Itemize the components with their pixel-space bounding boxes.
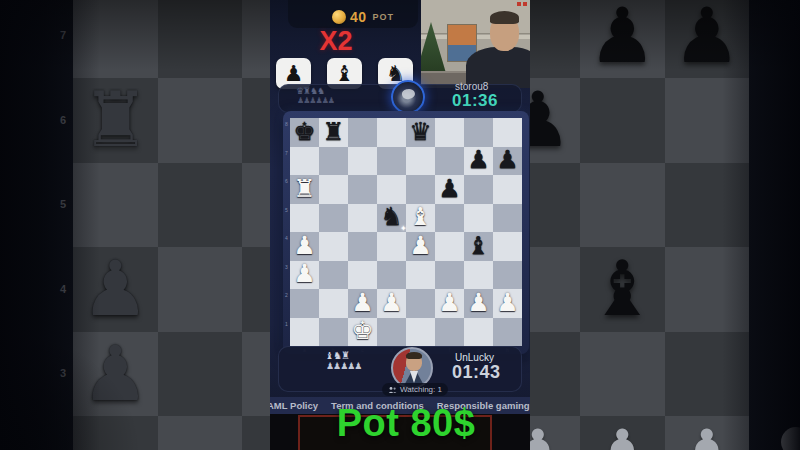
square-f6[interactable]: ♟: [435, 175, 464, 204]
bg-black-bishop-g4: ♝: [588, 251, 656, 327]
bg-square-a3: ♟: [73, 332, 158, 417]
square-h2[interactable]: ♟: [493, 289, 522, 318]
black-queen-e8[interactable]: ♛: [409, 119, 431, 146]
white-pawn-a3[interactable]: ♟: [293, 261, 315, 288]
streamer-hair: [490, 11, 519, 24]
bg-white-pawn-a3: ♟: [81, 336, 149, 412]
bg-square-a4: ♟: [73, 247, 158, 332]
square-f1[interactable]: [435, 318, 464, 347]
bg-black-pawn-g7: ♟: [588, 0, 656, 74]
black-pawn-h7[interactable]: ♟: [496, 147, 518, 174]
white-rook-a6[interactable]: ♜: [293, 176, 315, 203]
square-a5[interactable]: [290, 204, 319, 233]
bg-square-h7: ♟: [665, 0, 750, 78]
bg-square-b7: [158, 0, 243, 78]
black-rook-b8[interactable]: ♜: [322, 119, 344, 146]
bg-square-h4: [665, 247, 750, 332]
square-g7[interactable]: ♟: [464, 147, 493, 176]
pot-label: POT: [373, 12, 395, 22]
square-a3[interactable]: ♟: [290, 261, 319, 290]
square-f8[interactable]: [435, 118, 464, 147]
square-g4[interactable]: ♝: [464, 232, 493, 261]
square-e5[interactable]: ♝: [406, 204, 435, 233]
rank-label-3: 3: [284, 264, 289, 270]
bg-square-a6: ♜: [73, 78, 158, 163]
chess-app: 40 POT X2 ♟ ♝ ♞ ♛♜♞♞ ♟♟♟♟♟♟ storou8 01:3…: [270, 0, 530, 450]
square-b6[interactable]: [319, 175, 348, 204]
bg-square-h5: [665, 163, 750, 248]
pot-chip: 40 POT: [332, 9, 394, 25]
bg-square-b6: [158, 78, 243, 163]
square-h3[interactable]: [493, 261, 522, 290]
bg-square-g6: [580, 78, 665, 163]
watching-text: Watching: 1: [400, 385, 442, 394]
square-g6[interactable]: [464, 175, 493, 204]
white-pawn-e4[interactable]: ♟: [409, 233, 431, 260]
black-king-a8[interactable]: ♚: [293, 119, 315, 146]
square-f7[interactable]: [435, 147, 464, 176]
bg-rank-label-7: 7: [56, 29, 70, 41]
black-pawn-g7[interactable]: ♟: [467, 147, 489, 174]
avatar-image: [401, 88, 416, 100]
bg-square-h6: [665, 78, 750, 163]
bg-square-b2: [158, 416, 243, 450]
square-a8[interactable]: ♚: [290, 118, 319, 147]
square-b5[interactable]: [319, 204, 348, 233]
bg-square-b4: [158, 247, 243, 332]
square-e6[interactable]: [406, 175, 435, 204]
watching-badge: Watching: 1: [382, 383, 448, 396]
background-board-right-border: [749, 0, 800, 450]
top-player-clock: 01:36: [452, 91, 498, 111]
bg-white-rook-a6: ♜: [81, 82, 149, 158]
video-frame: ♟♟♜♟♟♝♟♟♟♟ 76543 40 POT X2 ♟ ♝ ♞: [0, 0, 800, 450]
move-sparkle: ✦: [400, 224, 407, 233]
square-d6[interactable]: [377, 175, 406, 204]
top-captured-pawns: ♟♟♟♟♟♟: [297, 97, 334, 105]
square-c6[interactable]: [348, 175, 377, 204]
square-d3[interactable]: [377, 261, 406, 290]
rec-dot: [517, 2, 521, 6]
square-e8[interactable]: ♛: [406, 118, 435, 147]
rec-dot: [523, 2, 527, 6]
top-captured-pieces: ♛♜♞♞: [296, 87, 324, 96]
rank-label-5: 5: [284, 207, 289, 213]
square-f4[interactable]: [435, 232, 464, 261]
square-a4[interactable]: ♟: [290, 232, 319, 261]
bg-square-g2: ♟: [580, 416, 665, 450]
square-e3[interactable]: [406, 261, 435, 290]
square-f2[interactable]: ♟: [435, 289, 464, 318]
bg-white-pawn-a4: ♟: [81, 251, 149, 327]
bg-rank-label-5: 5: [56, 198, 70, 210]
bottom-captured-pawns: ♟♟♟♟♟: [326, 362, 361, 371]
square-b2[interactable]: [319, 289, 348, 318]
white-pawn-a4[interactable]: ♟: [293, 233, 315, 260]
pawn-icon: ♟: [284, 63, 304, 85]
viewers-icon: [388, 386, 397, 394]
bg-square-a2: [73, 416, 158, 450]
white-pawn-h2[interactable]: ♟: [496, 290, 518, 317]
square-a1[interactable]: [290, 318, 319, 347]
square-f5[interactable]: [435, 204, 464, 233]
bg-square-h3: [665, 332, 750, 417]
square-h7[interactable]: ♟: [493, 147, 522, 176]
white-pawn-d2[interactable]: ♟: [380, 290, 402, 317]
square-h5[interactable]: [493, 204, 522, 233]
square-b1[interactable]: [319, 318, 348, 347]
rank-label-7: 7: [284, 150, 289, 156]
bg-square-b5: [158, 163, 243, 248]
white-bishop-e5[interactable]: ♝: [409, 204, 431, 231]
square-d4[interactable]: [377, 232, 406, 261]
square-d2[interactable]: ♟: [377, 289, 406, 318]
coin-icon: [332, 10, 346, 24]
bg-white-pawn-h2: ♟: [673, 420, 741, 450]
white-pawn-f2[interactable]: ♟: [438, 290, 460, 317]
square-d7[interactable]: [377, 147, 406, 176]
bg-square-g7: ♟: [580, 0, 665, 78]
bg-square-g5: [580, 163, 665, 248]
pot-banner: Pot 80$: [276, 402, 536, 445]
square-a2[interactable]: [290, 289, 319, 318]
bottom-player-clock: 01:43: [452, 362, 501, 383]
multiplier-label: X2: [314, 26, 358, 57]
square-d1[interactable]: [377, 318, 406, 347]
square-c4[interactable]: [348, 232, 377, 261]
square-g1[interactable]: [464, 318, 493, 347]
rank-label-2: 2: [284, 292, 289, 298]
bg-rank-label-4: 4: [56, 283, 70, 295]
pot-amount: 40: [350, 9, 367, 25]
black-pawn-f6[interactable]: ♟: [438, 176, 460, 203]
square-f3[interactable]: [435, 261, 464, 290]
square-a7[interactable]: [290, 147, 319, 176]
webcam: [421, 0, 530, 88]
square-g3[interactable]: [464, 261, 493, 290]
square-g5[interactable]: [464, 204, 493, 233]
white-pawn-g2[interactable]: ♟: [467, 290, 489, 317]
background-board-left-border: [0, 0, 73, 450]
bishop-icon: ♝: [335, 63, 355, 85]
square-h8[interactable]: [493, 118, 522, 147]
square-b8[interactable]: ♜: [319, 118, 348, 147]
square-c7[interactable]: [348, 147, 377, 176]
white-pawn-c2[interactable]: ♟: [351, 290, 373, 317]
avatar-hair: [406, 352, 422, 359]
square-h6[interactable]: [493, 175, 522, 204]
white-king-c1[interactable]: ♚: [351, 318, 373, 345]
bg-white-pawn-g2: ♟: [588, 420, 656, 450]
square-c1[interactable]: ♚: [348, 318, 377, 347]
rank-label-4: 4: [284, 235, 289, 241]
bg-square-g4: ♝: [580, 247, 665, 332]
square-c5[interactable]: [348, 204, 377, 233]
square-e7[interactable]: [406, 147, 435, 176]
square-g2[interactable]: ♟: [464, 289, 493, 318]
square-e4[interactable]: ♟: [406, 232, 435, 261]
bg-black-pawn-h7: ♟: [673, 0, 741, 74]
square-h4[interactable]: [493, 232, 522, 261]
square-h1[interactable]: [493, 318, 522, 347]
square-b7[interactable]: [319, 147, 348, 176]
square-c3[interactable]: [348, 261, 377, 290]
black-bishop-g4[interactable]: ♝: [467, 233, 489, 260]
square-e2[interactable]: [406, 289, 435, 318]
rank-label-1: 1: [284, 321, 289, 327]
bg-square-a5: [73, 163, 158, 248]
bg-square-h2: ♟: [665, 416, 750, 450]
top-player-avatar[interactable]: [391, 80, 425, 114]
bottom-captured-pieces: ♝♞♜: [325, 351, 349, 361]
square-c2[interactable]: ♟: [348, 289, 377, 318]
bg-square-g3: [580, 332, 665, 417]
bg-square-a7: [73, 0, 158, 78]
square-b3[interactable]: [319, 261, 348, 290]
square-c8[interactable]: [348, 118, 377, 147]
square-a6[interactable]: ♜: [290, 175, 319, 204]
square-d8[interactable]: [377, 118, 406, 147]
square-g8[interactable]: [464, 118, 493, 147]
square-b4[interactable]: [319, 232, 348, 261]
bg-rank-label-6: 6: [56, 114, 70, 126]
bg-rank-label-3: 3: [56, 367, 70, 379]
rank-label-6: 6: [284, 178, 289, 184]
square-e1[interactable]: [406, 318, 435, 347]
rank-label-8: 8: [284, 121, 289, 127]
bg-square-b3: [158, 332, 243, 417]
